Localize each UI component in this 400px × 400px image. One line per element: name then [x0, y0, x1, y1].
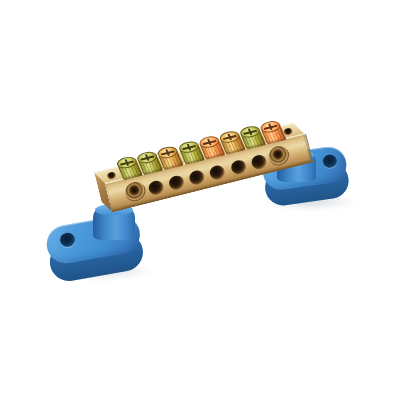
front-wire-hole-5: [209, 164, 227, 181]
front-wire-hole-6: [229, 159, 247, 176]
left-insulator-mounting-hole: [59, 232, 76, 248]
front-wire-hole-4: [188, 169, 206, 186]
front-wire-hole-2: [147, 179, 165, 196]
front-wire-hole-3: [167, 174, 185, 191]
right-insulator-mounting-hole: [322, 154, 338, 169]
front-wire-hole-7: [250, 154, 268, 171]
product-photo: [0, 0, 400, 400]
front-wire-hole-1: [122, 180, 147, 204]
front-wire-hole-8: [266, 144, 291, 168]
